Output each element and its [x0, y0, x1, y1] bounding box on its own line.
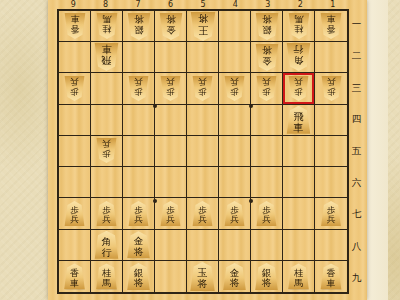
piece-kanji-bottom: 将: [134, 14, 144, 25]
piece-gote-rook[interactable]: 飛車: [94, 43, 119, 71]
rank-labels: 一二三四五六七八九: [347, 9, 366, 294]
piece-kanji-bottom: 車: [327, 14, 336, 24]
piece-kanji-top: 王: [198, 24, 208, 36]
piece-kanji-bottom: 兵: [327, 215, 336, 225]
file-label: 3: [252, 0, 284, 9]
star-point: [249, 199, 253, 203]
file-label: 2: [284, 0, 316, 9]
board-square-5六[interactable]: [187, 167, 219, 198]
board-square-7六[interactable]: [123, 167, 155, 198]
piece-kanji-bottom: 車: [70, 278, 79, 288]
board-square-5五[interactable]: [187, 136, 219, 167]
board-square-4五[interactable]: [219, 136, 251, 167]
piece-sente-pawn[interactable]: 歩兵: [160, 201, 181, 226]
board-square-8三[interactable]: [91, 73, 123, 104]
board-square-8八[interactable]: 角行: [91, 230, 123, 261]
piece-sente-pawn[interactable]: 歩兵: [64, 201, 85, 226]
file-label: 6: [154, 0, 186, 9]
board-square-4四[interactable]: [219, 105, 251, 136]
piece-kanji-bottom: 兵: [230, 77, 239, 87]
board-square-9四[interactable]: [59, 105, 91, 136]
board-square-6三[interactable]: 歩兵: [155, 73, 187, 104]
piece-kanji-bottom: 車: [327, 278, 336, 288]
piece-kanji-top: 歩: [327, 87, 336, 97]
star-point: [153, 199, 157, 203]
piece-kanji-bottom: 兵: [198, 77, 207, 87]
piece-kanji-top: 香: [327, 24, 336, 34]
piece-kanji-bottom: 将: [198, 13, 208, 25]
piece-sente-lance[interactable]: 香車: [64, 263, 86, 289]
piece-sente-king[interactable]: 玉将: [190, 262, 216, 291]
file-label: 1: [317, 0, 349, 9]
piece-kanji-bottom: 将: [262, 278, 272, 289]
piece-kanji-bottom: 兵: [230, 215, 239, 225]
file-label: 8: [89, 0, 121, 9]
piece-gote-gold[interactable]: 金将: [159, 13, 183, 40]
piece-sente-pawn[interactable]: 歩兵: [128, 201, 149, 226]
piece-kanji-bottom: 兵: [134, 77, 143, 87]
piece-kanji-top: 香: [70, 24, 79, 34]
piece-sente-pawn[interactable]: 歩兵: [192, 201, 213, 226]
piece-kanji-top: 歩: [262, 87, 271, 97]
board-square-1二[interactable]: [315, 42, 347, 73]
piece-kanji-bottom: 馬: [294, 278, 303, 288]
board-square-2二[interactable]: 角行: [283, 42, 315, 73]
piece-gote-bishop[interactable]: 角行: [286, 43, 311, 71]
piece-sente-knight[interactable]: 桂馬: [96, 263, 118, 289]
piece-kanji-top: 歩: [102, 149, 111, 159]
piece-gote-silver[interactable]: 銀将: [255, 13, 279, 40]
piece-kanji-bottom: 将: [262, 14, 272, 25]
piece-kanji-top: 桂: [294, 268, 303, 278]
piece-kanji-top: 角: [102, 236, 112, 247]
board-square-3五[interactable]: [251, 136, 283, 167]
rank-label: 八: [347, 231, 366, 263]
star-point: [249, 104, 253, 108]
piece-sente-pawn[interactable]: 歩兵: [224, 201, 245, 226]
piece-kanji-top: 金: [262, 55, 272, 66]
board-square-1六[interactable]: [315, 167, 347, 198]
piece-gote-pawn[interactable]: 歩兵: [224, 76, 245, 101]
piece-sente-silver[interactable]: 銀将: [127, 263, 151, 290]
file-labels: 987654321: [57, 0, 349, 9]
board-square-3八[interactable]: [251, 230, 283, 261]
piece-kanji-bottom: 車: [294, 122, 304, 133]
piece-sente-knight[interactable]: 桂馬: [288, 263, 310, 289]
board-square-2四[interactable]: 飛車: [283, 105, 315, 136]
file-label: 7: [122, 0, 154, 9]
piece-kanji-bottom: 兵: [327, 77, 336, 87]
piece-kanji-top: 歩: [230, 87, 239, 97]
piece-kanji-top: 飛: [102, 55, 112, 66]
rank-label: 三: [347, 72, 366, 104]
piece-kanji-bottom: 将: [230, 278, 240, 289]
board-square-8九[interactable]: 桂馬: [91, 261, 123, 292]
board-square-9五[interactable]: [59, 136, 91, 167]
piece-kanji-top: 桂: [102, 24, 111, 34]
board-square-5一[interactable]: 王将: [187, 11, 219, 42]
piece-gote-pawn[interactable]: 歩兵: [128, 76, 149, 101]
piece-kanji-bottom: 兵: [294, 77, 303, 87]
board-square-7七[interactable]: 歩兵: [123, 198, 155, 229]
board-square-4一[interactable]: [219, 11, 251, 42]
board-square-8一[interactable]: 桂馬: [91, 11, 123, 42]
piece-kanji-bottom: 兵: [198, 215, 207, 225]
piece-gote-pawn[interactable]: 歩兵: [64, 76, 85, 101]
board-square-4七[interactable]: 歩兵: [219, 198, 251, 229]
piece-kanji-top: 桂: [102, 268, 111, 278]
board-square-6一[interactable]: 金将: [155, 11, 187, 42]
board-square-6六[interactable]: [155, 167, 187, 198]
piece-kanji-top: 玉: [198, 267, 208, 279]
board-square-8五[interactable]: 歩兵: [91, 136, 123, 167]
board-square-2一[interactable]: 桂馬: [283, 11, 315, 42]
piece-kanji-top: 歩: [294, 87, 303, 97]
board-square-2六[interactable]: [283, 167, 315, 198]
board-square-5九[interactable]: 玉将: [187, 261, 219, 292]
piece-gote-pawn[interactable]: 歩兵: [192, 76, 213, 101]
piece-kanji-top: 香: [327, 268, 336, 278]
rank-label: 五: [347, 136, 366, 168]
rank-label: 七: [347, 199, 366, 231]
piece-kanji-bottom: 将: [134, 247, 144, 258]
piece-kanji-bottom: 車: [70, 14, 79, 24]
board-square-7四[interactable]: [123, 105, 155, 136]
board-square-7一[interactable]: 銀将: [123, 11, 155, 42]
board-grid[interactable]: 香車桂馬銀将金将王将銀将桂馬香車飛車金将角行歩兵歩兵歩兵歩兵歩兵歩兵歩兵歩兵飛車…: [57, 9, 349, 294]
piece-sente-rook[interactable]: 飛車: [286, 106, 311, 134]
piece-kanji-bottom: 兵: [262, 77, 271, 87]
rank-label: 一: [347, 9, 366, 41]
piece-gote-silver[interactable]: 銀将: [127, 13, 151, 40]
piece-gote-knight[interactable]: 桂馬: [96, 13, 118, 39]
board-square-8二[interactable]: 飛車: [91, 42, 123, 73]
piece-kanji-bottom: 行: [102, 247, 112, 258]
piece-gote-knight[interactable]: 桂馬: [288, 13, 310, 39]
piece-gote-lance[interactable]: 香車: [320, 13, 342, 39]
piece-sente-gold[interactable]: 金将: [223, 263, 247, 290]
board-square-2七[interactable]: [283, 198, 315, 229]
board-square-4六[interactable]: [219, 167, 251, 198]
board-square-1五[interactable]: [315, 136, 347, 167]
piece-kanji-bottom: 将: [134, 278, 144, 289]
board-square-6七[interactable]: 歩兵: [155, 198, 187, 229]
board-square-1九[interactable]: 香車: [315, 261, 347, 292]
board-square-2八[interactable]: [283, 230, 315, 261]
board-square-4九[interactable]: 金将: [219, 261, 251, 292]
board-square-6四[interactable]: [155, 105, 187, 136]
background-strip: [367, 0, 388, 300]
board-square-6五[interactable]: [155, 136, 187, 167]
piece-gote-pawn[interactable]: 歩兵: [288, 76, 309, 101]
piece-kanji-bottom: 車: [102, 44, 112, 55]
board-square-2五[interactable]: [283, 136, 315, 167]
board-square-8四[interactable]: [91, 105, 123, 136]
rank-label: 六: [347, 167, 366, 199]
piece-kanji-bottom: 兵: [70, 215, 79, 225]
board-square-7九[interactable]: 銀将: [123, 261, 155, 292]
piece-gote-king[interactable]: 王将: [190, 12, 216, 41]
board-square-4八[interactable]: [219, 230, 251, 261]
board-square-1八[interactable]: [315, 230, 347, 261]
board-square-6八[interactable]: [155, 230, 187, 261]
board-square-5七[interactable]: 歩兵: [187, 198, 219, 229]
board-square-9三[interactable]: 歩兵: [59, 73, 91, 104]
piece-kanji-top: 歩: [166, 87, 175, 97]
piece-kanji-top: 桂: [294, 24, 303, 34]
piece-kanji-bottom: 行: [294, 44, 304, 55]
board-square-7五[interactable]: [123, 136, 155, 167]
board-square-3七[interactable]: 歩兵: [251, 198, 283, 229]
board-square-1一[interactable]: 香車: [315, 11, 347, 42]
board-square-9七[interactable]: 歩兵: [59, 198, 91, 229]
board-square-4三[interactable]: 歩兵: [219, 73, 251, 104]
board-square-3一[interactable]: 銀将: [251, 11, 283, 42]
piece-kanji-top: 歩: [70, 87, 79, 97]
board-square-9二[interactable]: [59, 42, 91, 73]
piece-gote-lance[interactable]: 香車: [64, 13, 86, 39]
piece-kanji-bottom: 将: [198, 278, 208, 290]
board-square-3三[interactable]: 歩兵: [251, 73, 283, 104]
board-square-1三[interactable]: 歩兵: [315, 73, 347, 104]
shogi-board: 987654321 香車桂馬銀将金将王将銀将桂馬香車飛車金将角行歩兵歩兵歩兵歩兵…: [48, 0, 367, 300]
piece-kanji-top: 香: [70, 268, 79, 278]
piece-kanji-bottom: 兵: [70, 77, 79, 87]
piece-sente-pawn[interactable]: 歩兵: [321, 201, 342, 226]
board-square-5四[interactable]: [187, 105, 219, 136]
board-square-3二[interactable]: 金将: [251, 42, 283, 73]
board-square-2九[interactable]: 桂馬: [283, 261, 315, 292]
board-square-9九[interactable]: 香車: [59, 261, 91, 292]
piece-sente-silver[interactable]: 銀将: [255, 263, 279, 290]
piece-kanji-bottom: 兵: [102, 215, 111, 225]
board-square-8六[interactable]: [91, 167, 123, 198]
piece-kanji-bottom: 兵: [262, 215, 271, 225]
board-square-2三[interactable]: 歩兵: [283, 73, 315, 104]
piece-kanji-bottom: 将: [262, 45, 272, 56]
piece-kanji-top: 飛: [294, 111, 304, 122]
board-square-9八[interactable]: [59, 230, 91, 261]
board-square-5八[interactable]: [187, 230, 219, 261]
board-square-1七[interactable]: 歩兵: [315, 198, 347, 229]
piece-kanji-bottom: 馬: [294, 14, 303, 24]
board-square-3六[interactable]: [251, 167, 283, 198]
piece-kanji-top: 銀: [134, 24, 144, 35]
board-square-6九[interactable]: [155, 261, 187, 292]
board-square-1四[interactable]: [315, 105, 347, 136]
piece-kanji-top: 金: [166, 24, 176, 35]
piece-sente-pawn[interactable]: 歩兵: [256, 201, 277, 226]
piece-kanji-bottom: 兵: [166, 215, 175, 225]
piece-kanji-bottom: 兵: [166, 77, 175, 87]
board-square-9六[interactable]: [59, 167, 91, 198]
rank-label: 九: [347, 262, 366, 294]
rank-label: 四: [347, 104, 366, 136]
board-square-5二[interactable]: [187, 42, 219, 73]
piece-sente-pawn[interactable]: 歩兵: [96, 201, 117, 226]
board-square-7八[interactable]: 金将: [123, 230, 155, 261]
board-square-7二[interactable]: [123, 42, 155, 73]
piece-gote-pawn[interactable]: 歩兵: [256, 76, 277, 101]
piece-kanji-bottom: 馬: [102, 278, 111, 288]
piece-kanji-bottom: 将: [166, 14, 176, 25]
piece-kanji-top: 銀: [262, 24, 272, 35]
piece-gote-gold[interactable]: 金将: [255, 44, 279, 71]
piece-kanji-bottom: 兵: [102, 139, 111, 149]
board-square-3四[interactable]: [251, 105, 283, 136]
board-square-6二[interactable]: [155, 42, 187, 73]
file-label: 9: [57, 0, 89, 9]
piece-sente-lance[interactable]: 香車: [320, 263, 342, 289]
piece-gote-pawn[interactable]: 歩兵: [321, 76, 342, 101]
piece-kanji-bottom: 兵: [134, 215, 143, 225]
rank-label: 二: [347, 41, 366, 73]
piece-gote-pawn[interactable]: 歩兵: [96, 138, 117, 163]
piece-kanji-bottom: 馬: [102, 14, 111, 24]
board-square-3九[interactable]: 銀将: [251, 261, 283, 292]
piece-kanji-top: 角: [294, 55, 304, 66]
file-label: 4: [219, 0, 251, 9]
board-square-8七[interactable]: 歩兵: [91, 198, 123, 229]
piece-sente-bishop[interactable]: 角行: [94, 231, 119, 259]
piece-kanji-top: 歩: [134, 87, 143, 97]
board-square-9一[interactable]: 香車: [59, 11, 91, 42]
board-square-7三[interactable]: 歩兵: [123, 73, 155, 104]
piece-gote-pawn[interactable]: 歩兵: [160, 76, 181, 101]
star-point: [153, 104, 157, 108]
board-square-4二[interactable]: [219, 42, 251, 73]
piece-kanji-top: 歩: [198, 87, 207, 97]
piece-sente-gold[interactable]: 金将: [127, 231, 151, 258]
board-square-5三[interactable]: 歩兵: [187, 73, 219, 104]
file-label: 5: [187, 0, 219, 9]
